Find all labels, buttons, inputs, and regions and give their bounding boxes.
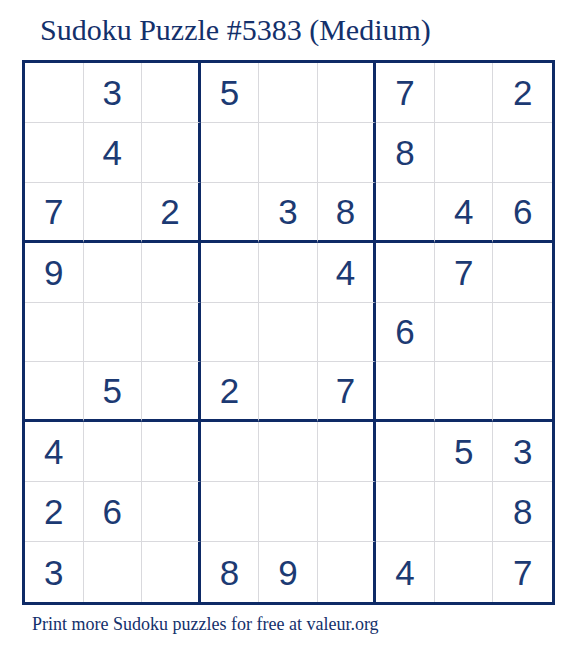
sudoku-cell-r5c9[interactable] [493, 303, 552, 363]
sudoku-cell-r6c5[interactable] [259, 362, 318, 422]
sudoku-cell-r8c5[interactable] [259, 482, 318, 542]
sudoku-cell-r3c3[interactable]: 2 [142, 183, 201, 243]
sudoku-cell-r4c9[interactable] [493, 243, 552, 303]
sudoku-cell-r9c6[interactable] [318, 542, 377, 602]
sudoku-cell-r4c2[interactable] [84, 243, 143, 303]
sudoku-cell-r4c1[interactable]: 9 [25, 243, 84, 303]
sudoku-cell-r5c2[interactable] [84, 303, 143, 363]
sudoku-cell-r1c4[interactable]: 5 [201, 63, 260, 123]
sudoku-cell-r6c2[interactable]: 5 [84, 362, 143, 422]
sudoku-cell-r7c5[interactable] [259, 422, 318, 482]
sudoku-cell-r1c3[interactable] [142, 63, 201, 123]
sudoku-cell-r4c7[interactable] [376, 243, 435, 303]
sudoku-cell-r9c4[interactable]: 8 [201, 542, 260, 602]
sudoku-cell-r8c1[interactable]: 2 [25, 482, 84, 542]
sudoku-cell-r5c6[interactable] [318, 303, 377, 363]
sudoku-cell-r2c8[interactable] [435, 123, 494, 183]
sudoku-cell-r9c3[interactable] [142, 542, 201, 602]
sudoku-cell-r4c6[interactable]: 4 [318, 243, 377, 303]
sudoku-cell-r8c3[interactable] [142, 482, 201, 542]
sudoku-cell-r7c6[interactable] [318, 422, 377, 482]
sudoku-cell-r6c9[interactable] [493, 362, 552, 422]
sudoku-cell-r1c6[interactable] [318, 63, 377, 123]
footer-text: Print more Sudoku puzzles for free at va… [32, 614, 379, 635]
sudoku-cell-r9c2[interactable] [84, 542, 143, 602]
sudoku-cell-r3c1[interactable]: 7 [25, 183, 84, 243]
sudoku-cell-r2c2[interactable]: 4 [84, 123, 143, 183]
sudoku-cell-r7c3[interactable] [142, 422, 201, 482]
sudoku-cell-r6c4[interactable]: 2 [201, 362, 260, 422]
sudoku-cell-r1c5[interactable] [259, 63, 318, 123]
sudoku-cell-r8c4[interactable] [201, 482, 260, 542]
sudoku-cell-r9c7[interactable]: 4 [376, 542, 435, 602]
sudoku-cell-r5c5[interactable] [259, 303, 318, 363]
sudoku-cell-r9c8[interactable] [435, 542, 494, 602]
sudoku-cell-r2c3[interactable] [142, 123, 201, 183]
sudoku-cell-r5c7[interactable]: 6 [376, 303, 435, 363]
sudoku-cell-r7c4[interactable] [201, 422, 260, 482]
sudoku-cell-r4c4[interactable] [201, 243, 260, 303]
sudoku-cell-r2c4[interactable] [201, 123, 260, 183]
sudoku-cell-r3c8[interactable]: 4 [435, 183, 494, 243]
sudoku-cell-r8c8[interactable] [435, 482, 494, 542]
sudoku-cell-r3c4[interactable] [201, 183, 260, 243]
sudoku-cell-r9c9[interactable]: 7 [493, 542, 552, 602]
sudoku-cell-r8c9[interactable]: 8 [493, 482, 552, 542]
sudoku-cell-r6c7[interactable] [376, 362, 435, 422]
sudoku-cell-r1c1[interactable] [25, 63, 84, 123]
sudoku-cell-r7c1[interactable]: 4 [25, 422, 84, 482]
sudoku-cell-r3c5[interactable]: 3 [259, 183, 318, 243]
sudoku-cell-r6c3[interactable] [142, 362, 201, 422]
sudoku-cell-r7c7[interactable] [376, 422, 435, 482]
sudoku-cell-r5c8[interactable] [435, 303, 494, 363]
sudoku-cell-r3c7[interactable] [376, 183, 435, 243]
sudoku-cell-r4c5[interactable] [259, 243, 318, 303]
sudoku-cell-r1c7[interactable]: 7 [376, 63, 435, 123]
sudoku-cell-r5c1[interactable] [25, 303, 84, 363]
sudoku-cell-r5c4[interactable] [201, 303, 260, 363]
sudoku-cell-r6c1[interactable] [25, 362, 84, 422]
page-title: Sudoku Puzzle #5383 (Medium) [40, 13, 431, 47]
sudoku-cell-r9c1[interactable]: 3 [25, 542, 84, 602]
sudoku-cell-r1c9[interactable]: 2 [493, 63, 552, 123]
sudoku-cell-r9c5[interactable]: 9 [259, 542, 318, 602]
sudoku-cell-r1c8[interactable] [435, 63, 494, 123]
sudoku-cell-r4c3[interactable] [142, 243, 201, 303]
sudoku-cell-r8c6[interactable] [318, 482, 377, 542]
sudoku-cell-r8c7[interactable] [376, 482, 435, 542]
sudoku-board: 357248723846947652745326838947 [22, 60, 555, 605]
sudoku-cell-r5c3[interactable] [142, 303, 201, 363]
sudoku-cell-r2c7[interactable]: 8 [376, 123, 435, 183]
sudoku-cell-r6c8[interactable] [435, 362, 494, 422]
sudoku-cell-r6c6[interactable]: 7 [318, 362, 377, 422]
sudoku-cell-r7c9[interactable]: 3 [493, 422, 552, 482]
sudoku-cell-r1c2[interactable]: 3 [84, 63, 143, 123]
sudoku-cell-r2c1[interactable] [25, 123, 84, 183]
sudoku-cell-r3c6[interactable]: 8 [318, 183, 377, 243]
sudoku-cell-r8c2[interactable]: 6 [84, 482, 143, 542]
sudoku-cell-r2c9[interactable] [493, 123, 552, 183]
sudoku-cell-r7c8[interactable]: 5 [435, 422, 494, 482]
sudoku-cell-r2c5[interactable] [259, 123, 318, 183]
sudoku-cell-r7c2[interactable] [84, 422, 143, 482]
sudoku-cell-r4c8[interactable]: 7 [435, 243, 494, 303]
sudoku-cell-r3c2[interactable] [84, 183, 143, 243]
sudoku-cell-r2c6[interactable] [318, 123, 377, 183]
sudoku-cell-r3c9[interactable]: 6 [493, 183, 552, 243]
